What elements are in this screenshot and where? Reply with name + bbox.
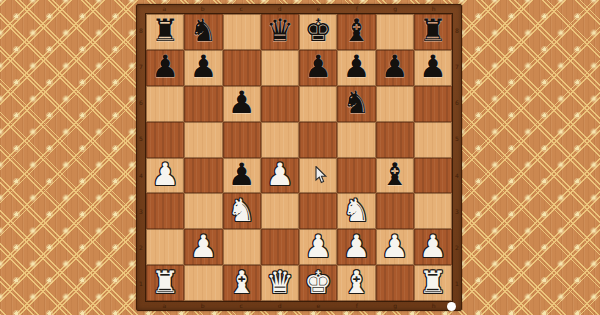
square-e1[interactable]: ♚	[299, 265, 337, 301]
square-f6[interactable]: ♞	[337, 86, 375, 122]
coordinate-label: 2	[453, 230, 461, 266]
piece-black-king[interactable]: ♚	[304, 15, 332, 46]
square-f2[interactable]: ♟	[337, 229, 375, 265]
piece-black-queen[interactable]: ♛	[266, 15, 294, 46]
square-e7[interactable]: ♟	[299, 50, 337, 86]
square-a2[interactable]	[146, 229, 184, 265]
piece-black-pawn[interactable]: ♟	[228, 159, 256, 190]
square-g6[interactable]	[376, 86, 414, 122]
piece-white-pawn[interactable]: ♟	[151, 159, 179, 190]
square-h5[interactable]	[414, 122, 452, 158]
piece-black-rook[interactable]: ♜	[419, 15, 447, 46]
piece-white-pawn[interactable]: ♟	[304, 231, 332, 262]
square-h4[interactable]	[414, 158, 452, 194]
square-b3[interactable]	[184, 193, 222, 229]
square-f7[interactable]: ♟	[337, 50, 375, 86]
square-d4[interactable]: ♟	[261, 158, 299, 194]
wallpaper-background: abcdefgh abcdefgh 87654321 87654321 ♜♞♛♚…	[0, 0, 600, 315]
square-g3[interactable]	[376, 193, 414, 229]
square-b7[interactable]: ♟	[184, 50, 222, 86]
piece-black-pawn[interactable]: ♟	[228, 87, 256, 118]
chess-board: abcdefgh abcdefgh 87654321 87654321 ♜♞♛♚…	[136, 4, 462, 311]
piece-white-pawn[interactable]: ♟	[419, 231, 447, 262]
coordinate-label: 6	[137, 85, 145, 121]
coordinate-label: g	[376, 5, 415, 13]
file-labels-bottom: abcdefgh	[145, 302, 453, 310]
piece-white-knight[interactable]: ♞	[228, 195, 256, 226]
coordinate-label: 2	[137, 230, 145, 266]
square-f3[interactable]: ♞	[337, 193, 375, 229]
coordinate-label: 7	[137, 49, 145, 85]
white-to-move-indicator	[447, 302, 456, 311]
coordinate-label: f	[338, 302, 377, 310]
piece-white-king[interactable]: ♚	[304, 267, 332, 298]
square-c6[interactable]: ♟	[223, 86, 261, 122]
coordinate-label: c	[222, 302, 261, 310]
piece-black-pawn[interactable]: ♟	[381, 51, 409, 82]
square-b8[interactable]: ♞	[184, 14, 222, 50]
square-e6[interactable]	[299, 86, 337, 122]
rank-labels-left: 87654321	[137, 13, 145, 302]
square-h7[interactable]: ♟	[414, 50, 452, 86]
piece-black-pawn[interactable]: ♟	[342, 51, 370, 82]
square-d6[interactable]	[261, 86, 299, 122]
coordinate-label: 8	[137, 13, 145, 49]
square-c2[interactable]	[223, 229, 261, 265]
square-a6[interactable]	[146, 86, 184, 122]
piece-black-rook[interactable]: ♜	[151, 15, 179, 46]
square-g4[interactable]: ♝	[376, 158, 414, 194]
square-f4[interactable]	[337, 158, 375, 194]
square-b1[interactable]	[184, 265, 222, 301]
square-c4[interactable]: ♟	[223, 158, 261, 194]
coordinate-label: g	[376, 302, 415, 310]
square-d3[interactable]	[261, 193, 299, 229]
piece-white-pawn[interactable]: ♟	[266, 159, 294, 190]
coordinate-label: 4	[453, 158, 461, 194]
square-d7[interactable]	[261, 50, 299, 86]
square-e3[interactable]	[299, 193, 337, 229]
piece-white-queen[interactable]: ♛	[266, 267, 294, 298]
coordinate-label: 5	[137, 121, 145, 157]
square-b6[interactable]	[184, 86, 222, 122]
square-f1[interactable]: ♝	[337, 265, 375, 301]
square-a1[interactable]: ♜	[146, 265, 184, 301]
square-h3[interactable]	[414, 193, 452, 229]
piece-white-pawn[interactable]: ♟	[342, 231, 370, 262]
square-e2[interactable]: ♟	[299, 229, 337, 265]
square-e4[interactable]	[299, 158, 337, 194]
piece-white-pawn[interactable]: ♟	[189, 231, 217, 262]
square-b2[interactable]: ♟	[184, 229, 222, 265]
square-b5[interactable]	[184, 122, 222, 158]
square-c7[interactable]	[223, 50, 261, 86]
rank-labels-right: 87654321	[453, 13, 461, 302]
coordinate-label: e	[299, 302, 338, 310]
square-d1[interactable]: ♛	[261, 265, 299, 301]
piece-white-pawn[interactable]: ♟	[381, 231, 409, 262]
coordinate-label: 3	[453, 194, 461, 230]
square-a7[interactable]: ♟	[146, 50, 184, 86]
square-d5[interactable]	[261, 122, 299, 158]
coordinate-label: d	[261, 302, 300, 310]
square-c5[interactable]	[223, 122, 261, 158]
piece-white-rook[interactable]: ♜	[419, 267, 447, 298]
piece-black-pawn[interactable]: ♟	[151, 51, 179, 82]
square-a4[interactable]: ♟	[146, 158, 184, 194]
square-f5[interactable]	[337, 122, 375, 158]
coordinate-label: 6	[453, 85, 461, 121]
square-h1[interactable]: ♜	[414, 265, 452, 301]
piece-white-knight[interactable]: ♞	[342, 195, 370, 226]
square-h8[interactable]: ♜	[414, 14, 452, 50]
piece-black-knight[interactable]: ♞	[189, 15, 217, 46]
square-f8[interactable]: ♝	[337, 14, 375, 50]
piece-black-pawn[interactable]: ♟	[304, 51, 332, 82]
square-h2[interactable]: ♟	[414, 229, 452, 265]
square-g8[interactable]	[376, 14, 414, 50]
coordinate-label: 1	[453, 266, 461, 302]
square-c1[interactable]: ♝	[223, 265, 261, 301]
piece-black-pawn[interactable]: ♟	[419, 51, 447, 82]
square-a5[interactable]	[146, 122, 184, 158]
coordinate-label: a	[145, 302, 184, 310]
coordinate-label: 5	[453, 121, 461, 157]
square-g5[interactable]	[376, 122, 414, 158]
coordinate-label: 3	[137, 194, 145, 230]
square-h6[interactable]	[414, 86, 452, 122]
square-a8[interactable]: ♜	[146, 14, 184, 50]
square-e5[interactable]	[299, 122, 337, 158]
piece-white-rook[interactable]: ♜	[151, 267, 179, 298]
square-c3[interactable]: ♞	[223, 193, 261, 229]
piece-white-bishop[interactable]: ♝	[228, 267, 256, 298]
square-d2[interactable]	[261, 229, 299, 265]
square-a3[interactable]	[146, 193, 184, 229]
piece-black-bishop[interactable]: ♝	[381, 159, 409, 190]
square-d8[interactable]: ♛	[261, 14, 299, 50]
board-squares: ♜♞♛♚♝♜♟♟♟♟♟♟♟♞♟♟♟♝♞♞♟♟♟♟♟♜♝♛♚♝♜	[145, 13, 453, 302]
coordinate-label: 1	[137, 266, 145, 302]
coordinate-label: 8	[453, 13, 461, 49]
piece-black-knight[interactable]: ♞	[342, 87, 370, 118]
square-c8[interactable]	[223, 14, 261, 50]
coordinate-label: 7	[453, 49, 461, 85]
square-g7[interactable]: ♟	[376, 50, 414, 86]
piece-black-pawn[interactable]: ♟	[189, 51, 217, 82]
square-g1[interactable]	[376, 265, 414, 301]
coordinate-label: c	[222, 5, 261, 13]
piece-black-bishop[interactable]: ♝	[342, 15, 370, 46]
piece-white-bishop[interactable]: ♝	[342, 267, 370, 298]
coordinate-label: b	[184, 302, 223, 310]
coordinate-label: 4	[137, 158, 145, 194]
square-e8[interactable]: ♚	[299, 14, 337, 50]
square-b4[interactable]	[184, 158, 222, 194]
square-g2[interactable]: ♟	[376, 229, 414, 265]
